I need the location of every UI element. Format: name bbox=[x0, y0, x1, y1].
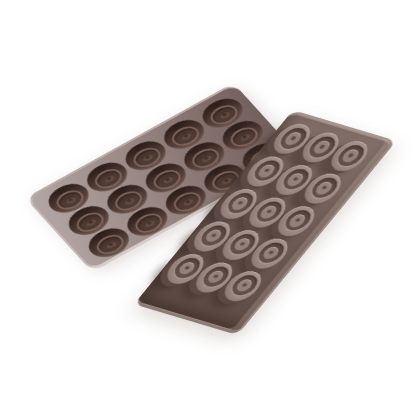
cavity-core-detail bbox=[121, 196, 136, 207]
cavity-core-detail bbox=[237, 132, 252, 143]
cavity-centre-dot bbox=[183, 134, 188, 138]
cavity-centre-dot bbox=[223, 179, 228, 183]
bump-ring-recess bbox=[227, 272, 262, 297]
bump-centre-nub bbox=[202, 228, 224, 244]
bump-centre-nub bbox=[282, 131, 304, 147]
bump-centre-nub bbox=[313, 180, 335, 196]
bump-centre-nub bbox=[255, 163, 277, 179]
bump-centre-nub bbox=[339, 148, 361, 164]
bump-centre-dot bbox=[185, 266, 191, 270]
cavity-centre-dot bbox=[185, 200, 190, 204]
bump-centre-dot bbox=[269, 250, 275, 254]
bump-centre-dot bbox=[238, 201, 244, 205]
cavity-core-detail bbox=[198, 153, 213, 164]
bump-centre-nub bbox=[286, 213, 308, 229]
bump-centre-dot bbox=[293, 177, 299, 181]
bump-centre-dot bbox=[240, 242, 246, 246]
bump-ring-recess bbox=[333, 143, 368, 168]
cavity-centre-dot bbox=[222, 113, 227, 117]
cavity-centre-dot bbox=[68, 198, 73, 202]
bump-centre-nub bbox=[284, 172, 306, 188]
cavity-centre-dot bbox=[126, 199, 131, 203]
cavity-core-detail bbox=[180, 196, 195, 207]
cavity-centre-dot bbox=[106, 177, 111, 181]
cavity-core-detail bbox=[160, 174, 175, 185]
cavity-centre-dot bbox=[242, 135, 247, 139]
bump-centre-nub bbox=[205, 269, 227, 285]
cavity-ring-detail bbox=[169, 188, 205, 215]
cavity-centre-dot bbox=[203, 156, 208, 160]
cavity-centre-dot bbox=[165, 178, 170, 182]
cavity-core-detail bbox=[103, 239, 118, 250]
bump-centre-dot bbox=[266, 209, 272, 213]
cavity-centre-dot bbox=[88, 220, 93, 224]
cavity-centre-dot bbox=[146, 221, 151, 225]
bump-centre-dot bbox=[319, 145, 325, 149]
bump-centre-nub bbox=[260, 245, 282, 261]
bump-centre-dot bbox=[211, 233, 217, 237]
cavity-centre-dot bbox=[145, 156, 150, 160]
bump-centre-nub bbox=[233, 277, 255, 293]
bump-ring-recess bbox=[280, 208, 315, 233]
cavity-ring-detail bbox=[92, 231, 128, 258]
cavity-centre-dot bbox=[108, 243, 113, 247]
bump-ring-recess bbox=[306, 175, 341, 200]
cavity-core-detail bbox=[217, 109, 232, 120]
bump-centre-nub bbox=[176, 260, 198, 276]
product-photo bbox=[0, 0, 420, 420]
bump-grid bbox=[292, 112, 394, 142]
bump-centre-dot bbox=[264, 168, 270, 172]
bump-centre-dot bbox=[322, 186, 328, 190]
cavity-core-detail bbox=[101, 173, 116, 184]
cavity-ring-detail bbox=[131, 210, 167, 237]
bump-centre-dot bbox=[213, 274, 219, 278]
cavity-grid bbox=[28, 84, 235, 198]
cavity-core-detail bbox=[140, 152, 155, 163]
bump-centre-nub bbox=[311, 139, 333, 155]
cavity-core-detail bbox=[63, 195, 78, 206]
cavity-core-detail bbox=[83, 217, 98, 228]
bump-ring-recess bbox=[253, 240, 288, 265]
cavity-core-detail bbox=[178, 131, 193, 142]
bump-centre-nub bbox=[231, 237, 253, 253]
cavity-core-detail bbox=[141, 218, 156, 229]
bump-centre-nub bbox=[229, 196, 251, 212]
bump-centre-nub bbox=[258, 204, 280, 220]
bump-centre-dot bbox=[295, 218, 301, 222]
bump-centre-dot bbox=[348, 153, 354, 157]
bump-centre-dot bbox=[291, 136, 297, 140]
bump-centre-dot bbox=[242, 283, 248, 287]
